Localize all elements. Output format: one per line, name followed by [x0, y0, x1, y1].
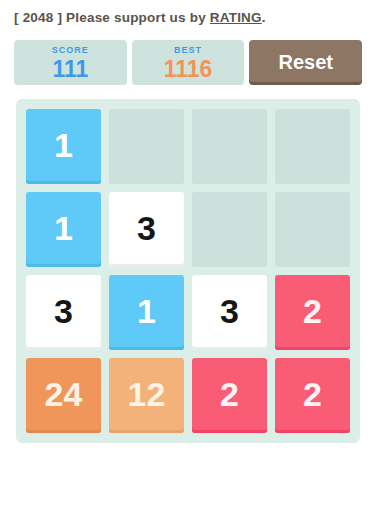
- tile-3: 3: [109, 192, 184, 267]
- tile-12: 12: [109, 358, 184, 433]
- scoreboard: SCORE 111 BEST 1116 Reset: [14, 40, 362, 85]
- empty-cell: [109, 109, 184, 184]
- empty-cell: [192, 192, 267, 267]
- app-title-prefix: [ 2048 ] Please support us by: [14, 10, 210, 25]
- tile-3: 3: [26, 275, 101, 350]
- tile-2: 2: [192, 358, 267, 433]
- tile-2: 2: [275, 275, 350, 350]
- empty-cell: [275, 192, 350, 267]
- reset-button[interactable]: Reset: [249, 40, 362, 85]
- tile-24: 24: [26, 358, 101, 433]
- best-value: 1116: [164, 56, 213, 82]
- tile-1: 1: [26, 192, 101, 267]
- tile-2: 2: [275, 358, 350, 433]
- board[interactable]: 1133132241222: [16, 99, 360, 443]
- tile-3: 3: [192, 275, 267, 350]
- score-label: SCORE: [52, 45, 89, 56]
- best-box: BEST 1116: [132, 40, 245, 85]
- app-title: [ 2048 ] Please support us by RATING.: [0, 0, 376, 25]
- tile-1: 1: [26, 109, 101, 184]
- app-title-suffix: .: [262, 10, 266, 25]
- score-box: SCORE 111: [14, 40, 127, 85]
- best-label: BEST: [174, 45, 202, 56]
- empty-cell: [192, 109, 267, 184]
- score-value: 111: [52, 56, 88, 82]
- empty-cell: [275, 109, 350, 184]
- tile-1: 1: [109, 275, 184, 350]
- rating-link[interactable]: RATING: [210, 10, 262, 25]
